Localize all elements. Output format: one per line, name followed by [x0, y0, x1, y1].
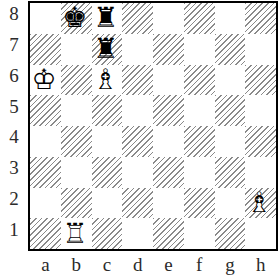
square-a2: [30, 188, 61, 219]
rank-label-7: 7: [2, 30, 26, 61]
square-f7: [184, 34, 215, 65]
square-a6: ♚♔: [30, 65, 61, 96]
square-b1: ♜♖: [61, 218, 92, 249]
square-d3: [122, 157, 153, 188]
square-d5: [122, 95, 153, 126]
square-e8: [153, 3, 184, 34]
piece-glyph: ♜: [93, 3, 118, 34]
square-d1: [122, 218, 153, 249]
square-h7: [245, 34, 276, 65]
square-f4: [184, 126, 215, 157]
square-c7: ♜: [92, 34, 123, 65]
square-f5: [184, 95, 215, 126]
square-a5: [30, 95, 61, 126]
square-h6: [245, 65, 276, 96]
file-label-h: h: [245, 252, 276, 278]
piece-black-rook-icon: ♜: [93, 35, 121, 63]
square-g1: [215, 218, 246, 249]
chess-board: ♚♜♜♚♔♝♗♝♗♜♖: [28, 1, 278, 251]
square-a3: [30, 157, 61, 188]
square-a7: [30, 34, 61, 65]
square-h5: [245, 95, 276, 126]
file-label-d: d: [122, 252, 153, 278]
piece-white-king-icon: ♚♔: [31, 66, 59, 94]
chess-diagram: 87654321 ♚♜♜♚♔♝♗♝♗♜♖ abcdefgh: [0, 0, 279, 279]
square-e1: [153, 218, 184, 249]
piece-glyph: ♔: [31, 65, 56, 96]
square-e4: [153, 126, 184, 157]
square-b8: ♚: [61, 3, 92, 34]
square-g4: [215, 126, 246, 157]
square-g2: [215, 188, 246, 219]
rank-label-5: 5: [2, 91, 26, 122]
square-e5: [153, 95, 184, 126]
square-d4: [122, 126, 153, 157]
piece-glyph: ♖: [62, 218, 87, 249]
piece-white-bishop-icon: ♝♗: [93, 66, 121, 94]
file-label-g: g: [215, 252, 246, 278]
rank-label-4: 4: [2, 122, 26, 153]
file-label-c: c: [92, 252, 123, 278]
square-a4: [30, 126, 61, 157]
square-h8: [245, 3, 276, 34]
square-d7: [122, 34, 153, 65]
file-label-a: a: [30, 252, 61, 278]
square-e2: [153, 188, 184, 219]
piece-white-bishop-icon: ♝♗: [247, 189, 275, 217]
rank-label-2: 2: [2, 184, 26, 215]
square-f6: [184, 65, 215, 96]
square-e3: [153, 157, 184, 188]
square-c1: [92, 218, 123, 249]
square-c6: ♝♗: [92, 65, 123, 96]
square-e7: [153, 34, 184, 65]
square-d8: [122, 3, 153, 34]
square-d6: [122, 65, 153, 96]
piece-black-rook-icon: ♜: [93, 4, 121, 32]
piece-glyph: ♗: [93, 65, 118, 96]
square-b7: [61, 34, 92, 65]
square-e6: [153, 65, 184, 96]
square-g7: [215, 34, 246, 65]
square-g5: [215, 95, 246, 126]
file-label-e: e: [153, 252, 184, 278]
square-h2: ♝♗: [245, 188, 276, 219]
piece-glyph: ♚: [62, 3, 87, 34]
square-f8: [184, 3, 215, 34]
rank-label-1: 1: [2, 214, 26, 245]
square-h4: [245, 126, 276, 157]
square-c5: [92, 95, 123, 126]
square-c4: [92, 126, 123, 157]
piece-black-king-icon: ♚: [62, 4, 90, 32]
rank-label-6: 6: [2, 61, 26, 92]
square-b4: [61, 126, 92, 157]
piece-white-rook-icon: ♜♖: [62, 220, 90, 248]
square-b2: [61, 188, 92, 219]
square-g3: [215, 157, 246, 188]
square-c2: [92, 188, 123, 219]
square-b3: [61, 157, 92, 188]
square-f2: [184, 188, 215, 219]
square-c8: ♜: [92, 3, 123, 34]
square-b6: [61, 65, 92, 96]
square-a8: [30, 3, 61, 34]
square-a1: [30, 218, 61, 249]
piece-glyph: ♗: [247, 188, 272, 219]
square-f3: [184, 157, 215, 188]
square-c3: [92, 157, 123, 188]
square-g6: [215, 65, 246, 96]
file-label-f: f: [184, 252, 215, 278]
square-h1: [245, 218, 276, 249]
square-g8: [215, 3, 246, 34]
square-b5: [61, 95, 92, 126]
rank-label-3: 3: [2, 153, 26, 184]
rank-label-8: 8: [2, 0, 26, 30]
square-h3: [245, 157, 276, 188]
piece-glyph: ♜: [93, 34, 118, 65]
file-label-b: b: [61, 252, 92, 278]
square-d2: [122, 188, 153, 219]
square-f1: [184, 218, 215, 249]
